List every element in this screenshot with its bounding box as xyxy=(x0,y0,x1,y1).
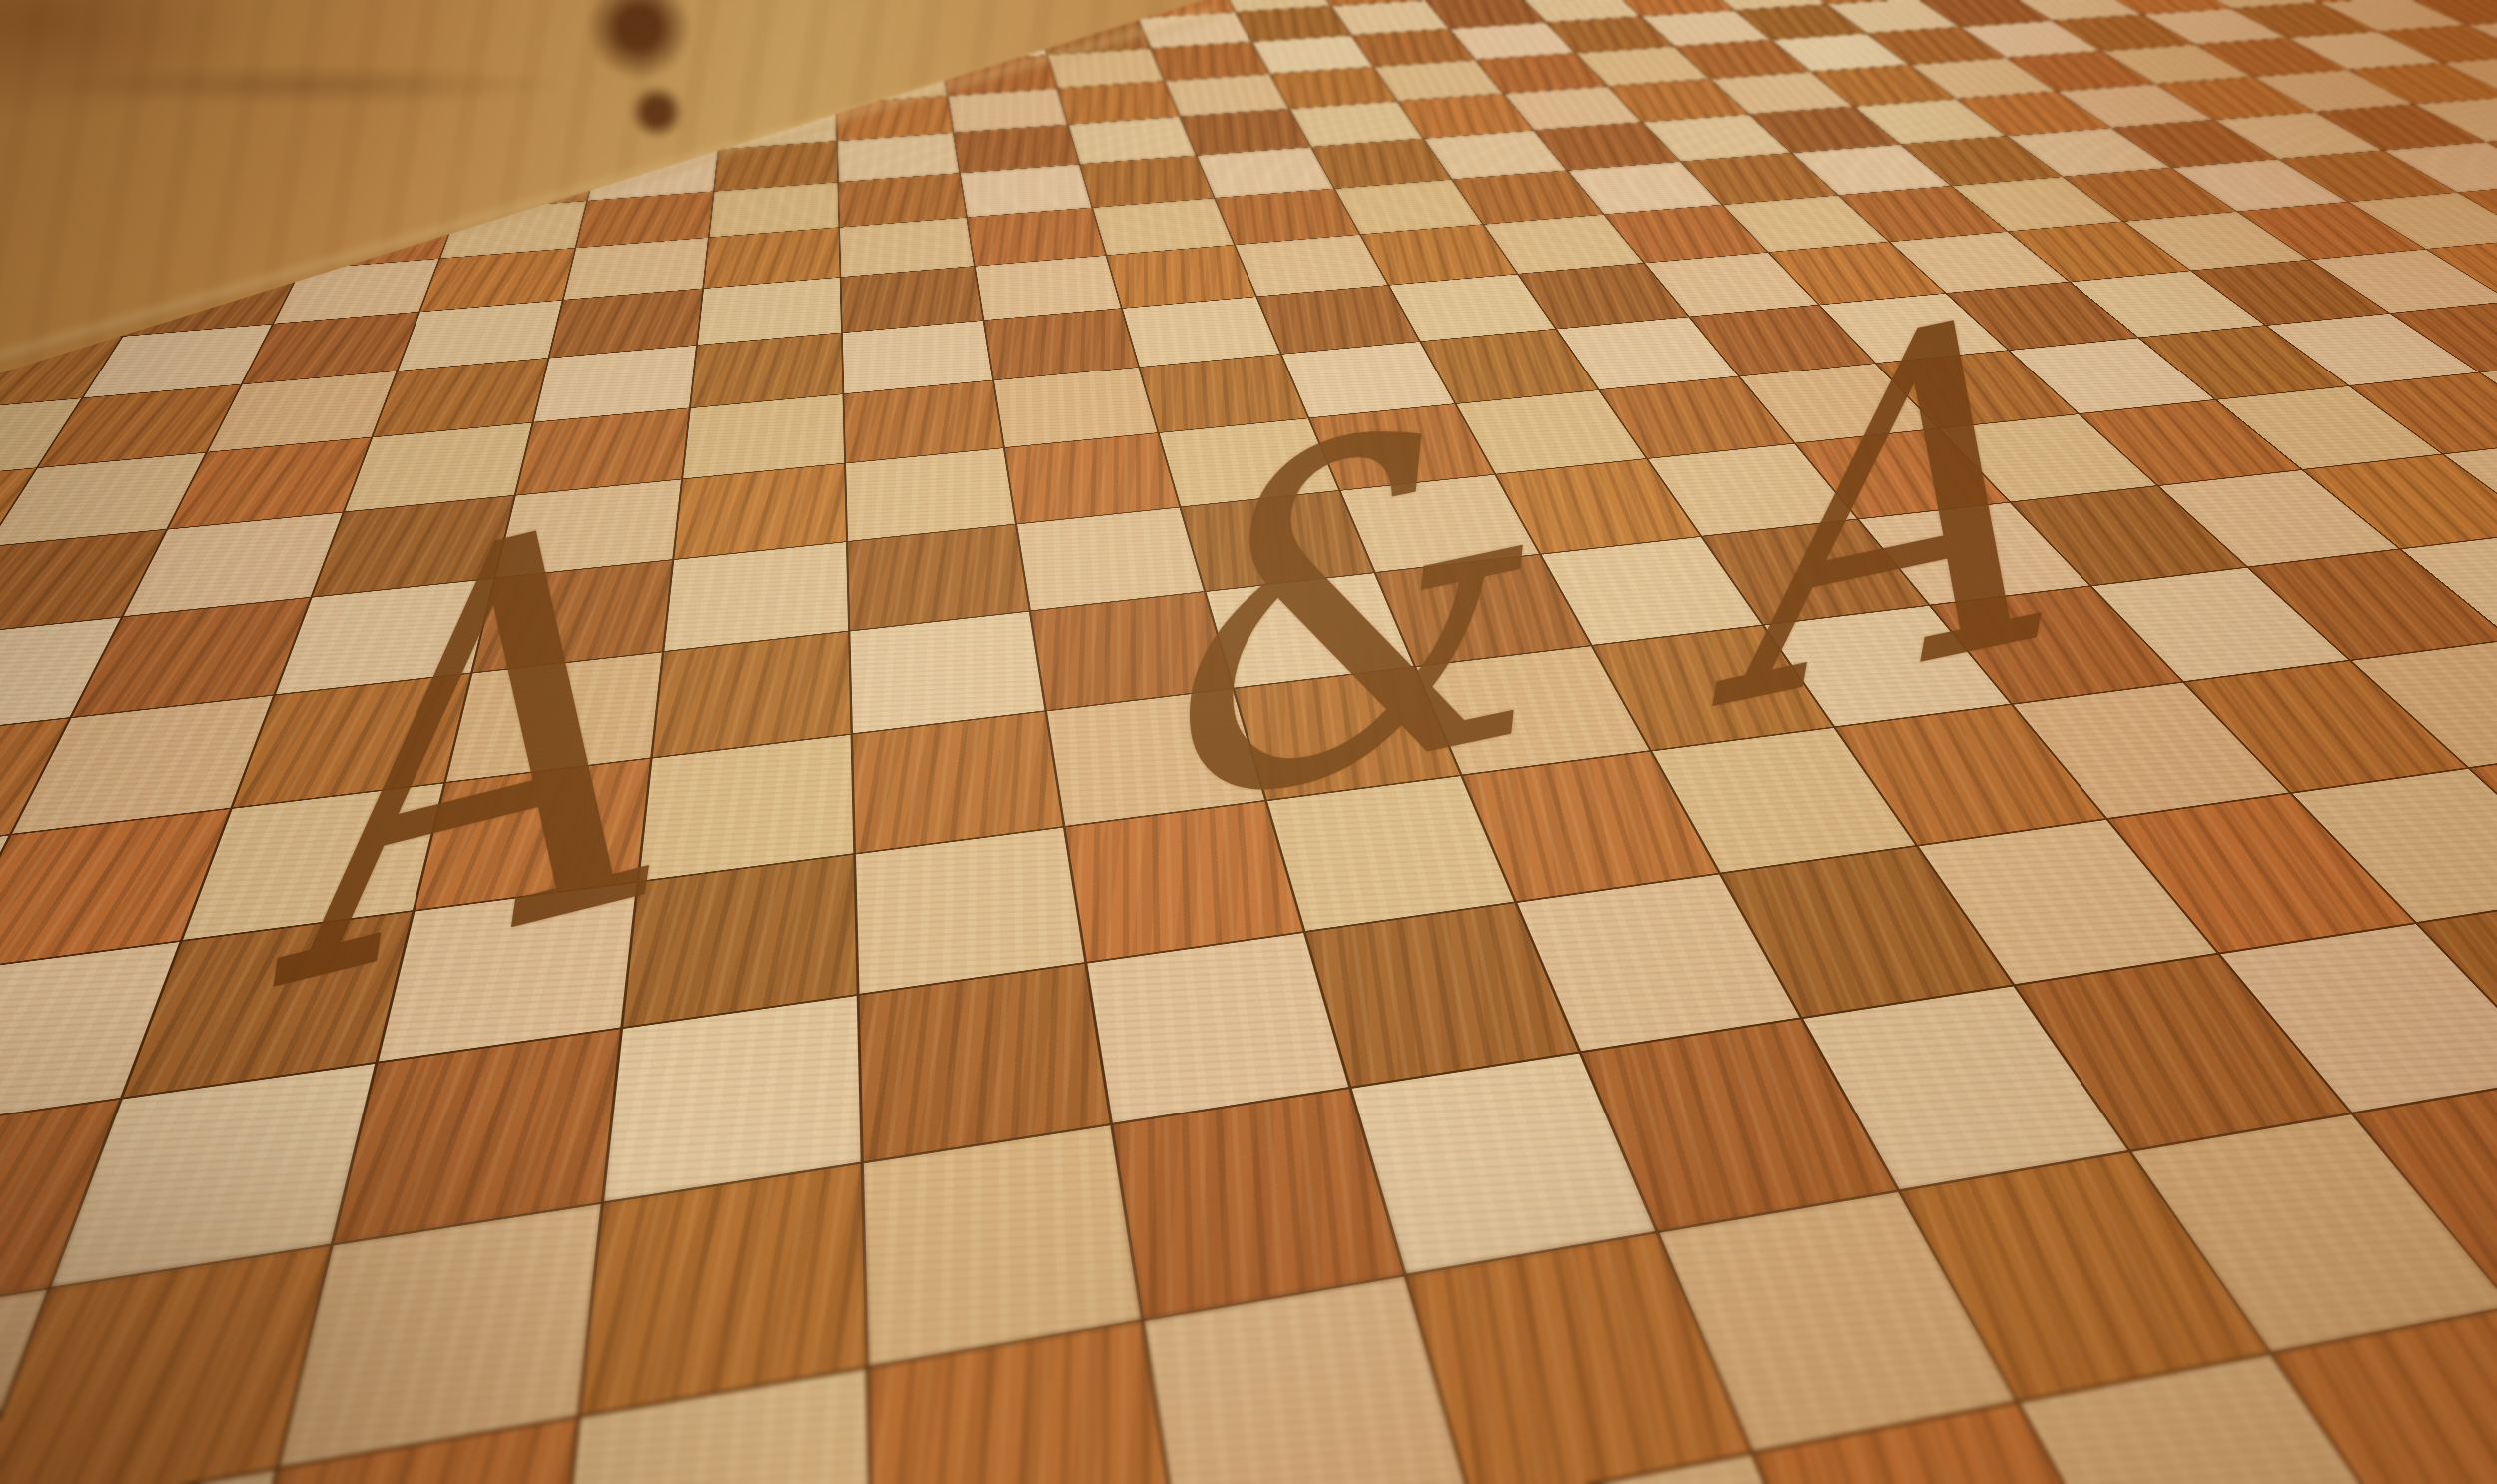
photo-of-checkerboard-cutting-board: A & A xyxy=(0,0,2497,1484)
